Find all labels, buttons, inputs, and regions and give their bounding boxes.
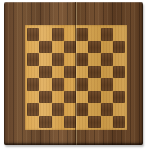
square-h4[interactable] — [113, 78, 125, 91]
square-a5[interactable] — [27, 66, 39, 79]
square-f7[interactable] — [88, 41, 100, 54]
square-e2[interactable] — [76, 103, 88, 116]
square-b8[interactable] — [39, 28, 51, 41]
photo-background: Overhead photo of an empty folding woode… — [0, 0, 150, 150]
square-a4[interactable] — [27, 78, 39, 91]
square-f2[interactable] — [88, 103, 100, 116]
square-g6[interactable] — [101, 53, 113, 66]
square-c8[interactable] — [52, 28, 64, 41]
square-c3[interactable] — [52, 91, 64, 104]
square-b6[interactable] — [39, 53, 51, 66]
square-e5[interactable] — [76, 66, 88, 79]
square-c1[interactable] — [52, 116, 64, 129]
square-g7[interactable] — [101, 41, 113, 54]
board-caption: Overhead photo of an empty folding woode… — [0, 0, 1, 1]
square-h2[interactable] — [113, 103, 125, 116]
square-a3[interactable] — [27, 91, 39, 104]
square-c7[interactable] — [52, 41, 64, 54]
square-a7[interactable] — [27, 41, 39, 54]
square-f4[interactable] — [88, 78, 100, 91]
square-h3[interactable] — [113, 91, 125, 104]
square-a2[interactable] — [27, 103, 39, 116]
square-e1[interactable] — [76, 116, 88, 129]
square-a8[interactable] — [27, 28, 39, 41]
square-h8[interactable] — [113, 28, 125, 41]
square-g2[interactable] — [101, 103, 113, 116]
square-b5[interactable] — [39, 66, 51, 79]
square-c5[interactable] — [52, 66, 64, 79]
square-f6[interactable] — [88, 53, 100, 66]
square-b7[interactable] — [39, 41, 51, 54]
square-h5[interactable] — [113, 66, 125, 79]
square-c4[interactable] — [52, 78, 64, 91]
square-f3[interactable] — [88, 91, 100, 104]
square-e6[interactable] — [76, 53, 88, 66]
square-g8[interactable] — [101, 28, 113, 41]
square-f8[interactable] — [88, 28, 100, 41]
hinge-seam — [75, 2, 77, 145]
square-c2[interactable] — [52, 103, 64, 116]
square-h7[interactable] — [113, 41, 125, 54]
square-b2[interactable] — [39, 103, 51, 116]
board-bottom-edge — [4, 143, 143, 145]
square-a6[interactable] — [27, 53, 39, 66]
square-g3[interactable] — [101, 91, 113, 104]
square-h6[interactable] — [113, 53, 125, 66]
square-b4[interactable] — [39, 78, 51, 91]
square-e3[interactable] — [76, 91, 88, 104]
square-e8[interactable] — [76, 28, 88, 41]
square-g5[interactable] — [101, 66, 113, 79]
square-h1[interactable] — [113, 116, 125, 129]
square-c6[interactable] — [52, 53, 64, 66]
square-b1[interactable] — [39, 116, 51, 129]
square-f5[interactable] — [88, 66, 100, 79]
wooden-board-frame — [4, 2, 143, 145]
square-g4[interactable] — [101, 78, 113, 91]
square-g1[interactable] — [101, 116, 113, 129]
square-f1[interactable] — [88, 116, 100, 129]
square-a1[interactable] — [27, 116, 39, 129]
square-e7[interactable] — [76, 41, 88, 54]
square-e4[interactable] — [76, 78, 88, 91]
square-b3[interactable] — [39, 91, 51, 104]
